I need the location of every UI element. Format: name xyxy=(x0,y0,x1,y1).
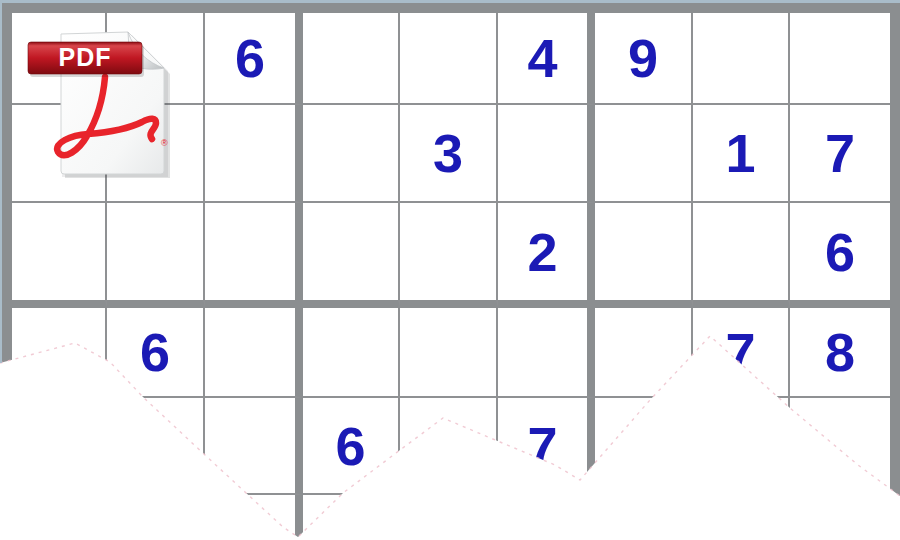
cell-r4c6 xyxy=(498,308,595,398)
cell-r6c6 xyxy=(498,495,595,540)
cell-r2c4 xyxy=(303,105,400,203)
cell-r5c4: 6 xyxy=(303,398,400,495)
cell-r1c6: 4 xyxy=(498,13,595,105)
cell-r3c4 xyxy=(303,203,400,308)
cell-r5c1 xyxy=(12,398,107,495)
cell-r3c2 xyxy=(107,203,205,308)
cell-r1c3: 6 xyxy=(205,13,303,105)
cell-r1c7: 9 xyxy=(595,13,693,105)
cell-r4c1 xyxy=(12,308,107,398)
cell-r6c1 xyxy=(12,495,107,540)
cell-r4c7 xyxy=(595,308,693,398)
cell-r4c5 xyxy=(400,308,498,398)
cell-r2c3 xyxy=(205,105,303,203)
left-edge-strip xyxy=(0,3,2,363)
pdf-file-icon[interactable]: ® PDF xyxy=(20,20,170,180)
cell-r2c6 xyxy=(498,105,595,203)
sudoku-pdf-preview: 6 4 9 3 1 7 2 6 6 7 8 xyxy=(0,0,900,540)
cell-r6c5 xyxy=(400,495,498,540)
cell-r3c1 xyxy=(12,203,107,308)
cell-r6c8 xyxy=(693,495,790,540)
cell-r4c2: 6 xyxy=(107,308,205,398)
cell-r6c9 xyxy=(790,495,890,540)
cell-r6c7 xyxy=(595,495,693,540)
pdf-banner-label: PDF xyxy=(59,43,112,71)
cell-r3c6: 2 xyxy=(498,203,595,308)
cell-r6c3 xyxy=(205,495,303,540)
cell-r4c3 xyxy=(205,308,303,398)
cell-r2c8: 1 xyxy=(693,105,790,203)
cell-r3c7 xyxy=(595,203,693,308)
cell-r5c9 xyxy=(790,398,890,495)
cell-r1c8 xyxy=(693,13,790,105)
cell-r1c4 xyxy=(303,13,400,105)
registered-mark: ® xyxy=(161,138,168,148)
cell-r6c2 xyxy=(107,495,205,540)
top-edge-strip xyxy=(0,0,900,3)
cell-r6c4 xyxy=(303,495,400,540)
cell-r4c9: 8 xyxy=(790,308,890,398)
cell-r5c3 xyxy=(205,398,303,495)
cell-r2c9: 7 xyxy=(790,105,890,203)
cell-r3c9: 6 xyxy=(790,203,890,308)
cell-r1c9 xyxy=(790,13,890,105)
cell-r4c4 xyxy=(303,308,400,398)
cell-r5c8 xyxy=(693,398,790,495)
cell-r5c7 xyxy=(595,398,693,495)
cell-r4c8: 7 xyxy=(693,308,790,398)
cell-r3c3 xyxy=(205,203,303,308)
cell-r2c5: 3 xyxy=(400,105,498,203)
cell-r5c2 xyxy=(107,398,205,495)
cell-r1c5 xyxy=(400,13,498,105)
cell-r5c5 xyxy=(400,398,498,495)
cell-r5c6: 7 xyxy=(498,398,595,495)
cell-r3c8 xyxy=(693,203,790,308)
cell-r3c5 xyxy=(400,203,498,308)
cell-r2c7 xyxy=(595,105,693,203)
